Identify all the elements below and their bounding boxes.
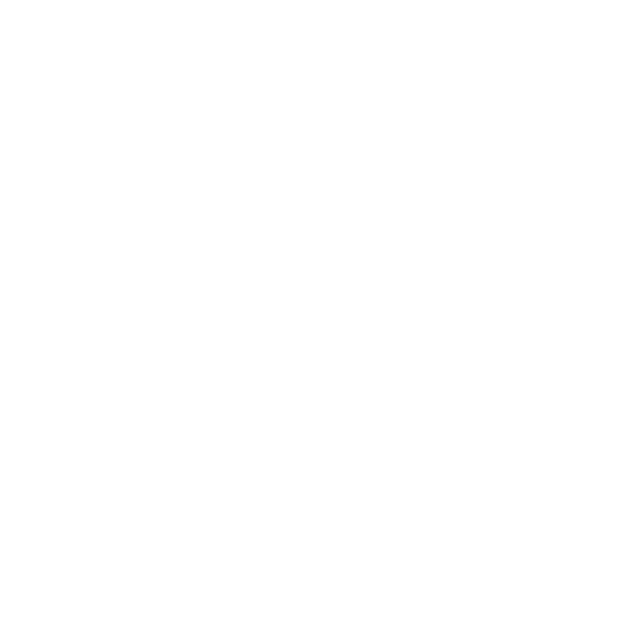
chess-set-photo <box>0 0 640 640</box>
